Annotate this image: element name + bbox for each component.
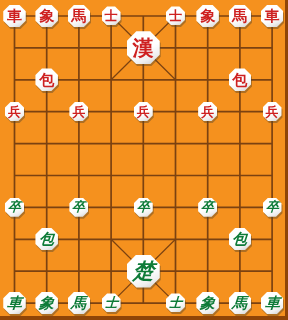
piece-face: 包 <box>229 68 252 91</box>
board-cell[interactable] <box>95 128 127 160</box>
board-cell[interactable] <box>224 255 256 287</box>
board-cell[interactable] <box>224 128 256 160</box>
board-cell[interactable]: 車 <box>0 287 31 319</box>
piece-face: 象 <box>35 5 58 28</box>
board-cell[interactable] <box>256 128 288 160</box>
piece-face: 車 <box>261 292 284 315</box>
board-cell[interactable] <box>31 255 63 287</box>
board-cell[interactable] <box>256 159 288 191</box>
piece-face: 兵 <box>69 102 88 121</box>
piece-face: 士 <box>102 293 121 312</box>
piece-face: 楚 <box>127 255 160 288</box>
piece-cho-horse[interactable]: 馬 <box>68 292 91 315</box>
board-cell[interactable] <box>0 255 31 287</box>
board-cell[interactable] <box>0 64 31 96</box>
board-cell[interactable] <box>31 191 63 223</box>
board-cell[interactable] <box>192 64 224 96</box>
piece-cho-elephant[interactable]: 象 <box>196 292 219 315</box>
piece-face: 馬 <box>229 5 252 28</box>
piece-han-cannon[interactable]: 包 <box>229 68 252 91</box>
piece-han-guard[interactable]: 士 <box>166 6 185 25</box>
board-cell[interactable]: 包 <box>224 223 256 255</box>
piece-face: 士 <box>166 6 185 25</box>
piece-cho-elephant[interactable]: 象 <box>35 292 58 315</box>
board-cell[interactable] <box>63 32 95 64</box>
board-cell[interactable] <box>159 191 191 223</box>
board-cell[interactable] <box>0 223 31 255</box>
board-cell[interactable] <box>256 255 288 287</box>
board-cell[interactable]: 卒 <box>0 191 31 223</box>
piece-face: 卒 <box>134 198 153 217</box>
piece-cho-chariot[interactable]: 車 <box>261 292 284 315</box>
board-cell[interactable]: 包 <box>224 64 256 96</box>
piece-cho-soldier[interactable]: 卒 <box>134 198 153 217</box>
board-cell[interactable]: 士 <box>95 0 127 32</box>
board-cell[interactable] <box>31 96 63 128</box>
board-cell[interactable]: 卒 <box>63 191 95 223</box>
board-cell[interactable] <box>159 128 191 160</box>
piece-face: 兵 <box>198 102 217 121</box>
piece-face: 兵 <box>263 102 282 121</box>
board-cell[interactable] <box>159 223 191 255</box>
piece-face: 卒 <box>198 198 217 217</box>
board-cell[interactable] <box>192 128 224 160</box>
piece-han-soldier[interactable]: 兵 <box>263 102 282 121</box>
piece-cho-soldier[interactable]: 卒 <box>69 198 88 217</box>
board-cell[interactable] <box>192 223 224 255</box>
piece-face: 車 <box>261 5 284 28</box>
piece-face: 兵 <box>134 102 153 121</box>
piece-face: 包 <box>229 228 252 251</box>
piece-face: 卒 <box>263 198 282 217</box>
board-cell[interactable]: 象 <box>192 0 224 32</box>
piece-face: 卒 <box>5 198 24 217</box>
piece-han-guard[interactable]: 士 <box>102 6 121 25</box>
board-cell[interactable]: 象 <box>31 287 63 319</box>
janggi-board: 車象馬士士象馬車漢包包兵兵兵兵兵卒卒卒卒卒包包楚車象馬士士象馬車 <box>0 0 288 320</box>
piece-cho-guard[interactable]: 士 <box>102 293 121 312</box>
piece-han-horse[interactable]: 馬 <box>229 5 252 28</box>
piece-face: 馬 <box>68 5 91 28</box>
piece-face: 象 <box>196 292 219 315</box>
board-cell[interactable] <box>95 223 127 255</box>
board-cell[interactable] <box>95 96 127 128</box>
board-cell[interactable]: 車 <box>256 287 288 319</box>
board-cell[interactable] <box>159 96 191 128</box>
board-cell[interactable] <box>159 159 191 191</box>
board-cell[interactable]: 象 <box>31 0 63 32</box>
board-cell[interactable]: 象 <box>192 287 224 319</box>
board-cell[interactable] <box>256 32 288 64</box>
board-cell[interactable] <box>63 255 95 287</box>
board-cell[interactable] <box>127 287 159 319</box>
board-cell[interactable] <box>192 32 224 64</box>
board-cell[interactable] <box>224 159 256 191</box>
board-cell[interactable]: 馬 <box>63 287 95 319</box>
board-cell[interactable] <box>224 191 256 223</box>
piece-han-king[interactable]: 漢 <box>127 31 160 64</box>
board-cell[interactable] <box>159 64 191 96</box>
board-cell[interactable]: 馬 <box>63 0 95 32</box>
board-cell[interactable]: 兵 <box>0 96 31 128</box>
board-cell[interactable]: 包 <box>31 64 63 96</box>
piece-han-elephant[interactable]: 象 <box>35 5 58 28</box>
piece-face: 卒 <box>69 198 88 217</box>
board-cell[interactable] <box>31 159 63 191</box>
board-cell[interactable] <box>127 64 159 96</box>
board-cell[interactable]: 士 <box>159 0 191 32</box>
board-cell[interactable] <box>192 159 224 191</box>
board-cell[interactable] <box>256 64 288 96</box>
piece-cho-chariot[interactable]: 車 <box>3 292 26 315</box>
board-cell[interactable] <box>127 159 159 191</box>
board-cell[interactable]: 兵 <box>127 96 159 128</box>
board-cell[interactable]: 士 <box>95 287 127 319</box>
board-cell[interactable] <box>31 32 63 64</box>
piece-cho-cannon[interactable]: 包 <box>35 228 58 251</box>
piece-face: 漢 <box>127 31 160 64</box>
piece-face: 馬 <box>229 292 252 315</box>
board-cell[interactable] <box>127 0 159 32</box>
board-cell[interactable] <box>0 159 31 191</box>
board-cell[interactable] <box>256 223 288 255</box>
board-cell[interactable] <box>224 96 256 128</box>
board-cell[interactable] <box>159 255 191 287</box>
piece-face: 車 <box>3 5 26 28</box>
piece-cho-soldier[interactable]: 卒 <box>5 198 24 217</box>
piece-face: 包 <box>35 68 58 91</box>
board-cell[interactable]: 兵 <box>256 96 288 128</box>
piece-face: 車 <box>3 292 26 315</box>
board-cell[interactable]: 馬 <box>224 287 256 319</box>
board-cell[interactable] <box>127 223 159 255</box>
board-cell[interactable] <box>31 128 63 160</box>
board-cell[interactable]: 士 <box>159 287 191 319</box>
board-cell[interactable] <box>95 32 127 64</box>
board-cell[interactable]: 馬 <box>224 0 256 32</box>
piece-face: 士 <box>102 6 121 25</box>
piece-cho-king[interactable]: 楚 <box>127 255 160 288</box>
board-cell[interactable] <box>95 255 127 287</box>
piece-face: 象 <box>35 292 58 315</box>
piece-han-horse[interactable]: 馬 <box>68 5 91 28</box>
piece-han-soldier[interactable]: 兵 <box>134 102 153 121</box>
piece-face: 包 <box>35 228 58 251</box>
board-cell[interactable] <box>95 191 127 223</box>
board-cell[interactable] <box>95 64 127 96</box>
board-cell[interactable] <box>63 159 95 191</box>
piece-han-soldier[interactable]: 兵 <box>69 102 88 121</box>
piece-han-elephant[interactable]: 象 <box>196 5 219 28</box>
board-cell[interactable]: 卒 <box>192 191 224 223</box>
piece-face: 象 <box>196 5 219 28</box>
board-cell[interactable] <box>95 159 127 191</box>
piece-cho-cannon[interactable]: 包 <box>229 228 252 251</box>
board-grid: 車象馬士士象馬車漢包包兵兵兵兵兵卒卒卒卒卒包包楚車象馬士士象馬車 <box>0 0 288 319</box>
board-cell[interactable] <box>127 128 159 160</box>
board-cell[interactable] <box>0 128 31 160</box>
piece-han-soldier[interactable]: 兵 <box>198 102 217 121</box>
board-cell[interactable]: 包 <box>31 223 63 255</box>
board-cell[interactable]: 漢 <box>127 32 159 64</box>
piece-cho-horse[interactable]: 馬 <box>229 292 252 315</box>
board-cell[interactable] <box>224 32 256 64</box>
piece-han-soldier[interactable]: 兵 <box>5 102 24 121</box>
piece-cho-guard[interactable]: 士 <box>166 293 185 312</box>
piece-face: 馬 <box>68 292 91 315</box>
piece-han-cannon[interactable]: 包 <box>35 68 58 91</box>
board-cell[interactable] <box>63 128 95 160</box>
board-cell[interactable] <box>63 64 95 96</box>
piece-cho-soldier[interactable]: 卒 <box>263 198 282 217</box>
piece-face: 士 <box>166 293 185 312</box>
board-cell[interactable] <box>159 32 191 64</box>
piece-face: 兵 <box>5 102 24 121</box>
board-cell[interactable]: 楚 <box>127 255 159 287</box>
board-cell[interactable]: 兵 <box>63 96 95 128</box>
board-cell[interactable] <box>192 255 224 287</box>
board-cell[interactable]: 車 <box>0 0 31 32</box>
board-cell[interactable]: 卒 <box>127 191 159 223</box>
board-cell[interactable]: 兵 <box>192 96 224 128</box>
board-cell[interactable]: 車 <box>256 0 288 32</box>
piece-han-chariot[interactable]: 車 <box>261 5 284 28</box>
board-cell[interactable] <box>0 32 31 64</box>
board-cell[interactable]: 卒 <box>256 191 288 223</box>
piece-cho-soldier[interactable]: 卒 <box>198 198 217 217</box>
board-cell[interactable] <box>63 223 95 255</box>
piece-han-chariot[interactable]: 車 <box>3 5 26 28</box>
